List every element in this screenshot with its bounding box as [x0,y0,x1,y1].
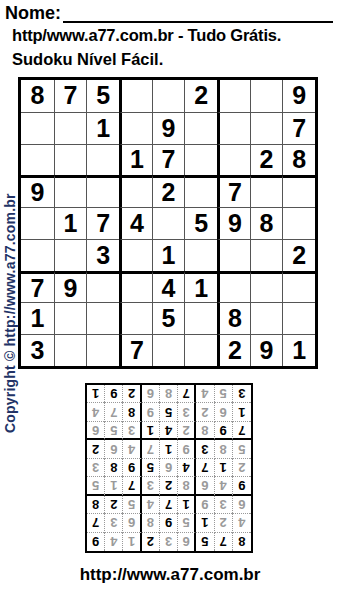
solution-cell-r3c9: 8 [87,496,105,514]
puzzle-cell-r5c8[interactable]: 8 [250,207,283,239]
puzzle-cell-r4c3[interactable] [86,175,119,207]
solution-cell-r9c1: 3 [233,385,251,403]
puzzle-cell-r8c7[interactable]: 8 [217,302,250,334]
solution-cell-r9c5: 8 [160,385,178,403]
puzzle-cell-r3c6[interactable] [184,144,217,176]
solution-cell-r5c3: 7 [196,459,214,477]
puzzle-cell-r6c7[interactable] [217,239,250,271]
solution-cell-r3c8: 2 [105,496,123,514]
solution-cell-r6c9: 2 [87,440,105,458]
solution-cell-r6c3: 3 [196,440,214,458]
solution-cell-r6c7: 4 [123,440,141,458]
footer-url: http://www.a77.com.br [0,565,340,585]
solution-cell-r5c8: 8 [105,459,123,477]
puzzle-cell-r7c5[interactable]: 4 [152,271,185,303]
puzzle-cell-r7c6[interactable]: 1 [184,271,217,303]
solution-cell-r2c8: 3 [105,514,123,532]
solution-cell-r4c3: 6 [196,477,214,495]
solution-cell-r4c9: 5 [87,477,105,495]
puzzle-cell-r1c5[interactable] [152,80,185,112]
solution-cell-r2c1: 4 [233,514,251,532]
solution-cell-r2c7: 6 [123,514,141,532]
puzzle-cell-r6c6[interactable] [184,239,217,271]
solution-cell-r1c2: 7 [215,533,233,551]
solution-cell-r9c9: 1 [87,385,105,403]
solution-cell-r9c4: 7 [178,385,196,403]
puzzle-cell-r8c1[interactable]: 1 [21,302,54,334]
solution-cell-r5c1: 2 [233,459,251,477]
solution-cell-r6c8: 6 [105,440,123,458]
solution-cell-r7c8: 5 [105,422,123,440]
solution-cell-r8c6: 9 [142,403,160,421]
solution-cell-r6c6: 7 [142,440,160,458]
solution-cell-r5c5: 6 [160,459,178,477]
puzzle-cell-r8c8[interactable] [250,302,283,334]
puzzle-cell-r2c3[interactable]: 1 [86,112,119,144]
puzzle-cell-r3c8[interactable]: 2 [250,144,283,176]
puzzle-cell-r9c3[interactable] [86,334,119,366]
solution-cell-r8c7: 8 [123,403,141,421]
puzzle-cell-r5c4[interactable]: 4 [119,207,152,239]
solution-cell-r2c4: 5 [178,514,196,532]
puzzle-cell-r9c2[interactable] [54,334,87,366]
puzzle-cell-r1c9[interactable]: 9 [282,80,315,112]
puzzle-cell-r9c9[interactable]: 1 [282,334,315,366]
copyright-vertical-text: Copyright © http://www.a77.com.br [2,83,18,433]
puzzle-cell-r6c4[interactable] [119,239,152,271]
solution-cell-r3c3: 9 [196,496,214,514]
solution-cell-r8c2: 6 [215,403,233,421]
solution-cell-r4c8: 1 [105,477,123,495]
solution-cell-r3c1: 6 [233,496,251,514]
puzzle-cell-r5c3[interactable]: 7 [86,207,119,239]
puzzle-cell-r9c1[interactable]: 3 [21,334,54,366]
puzzle-cell-r5c1[interactable] [21,207,54,239]
puzzle-cell-r5c2[interactable]: 1 [54,207,87,239]
solution-cell-r8c9: 4 [87,403,105,421]
solution-cell-r2c5: 9 [160,514,178,532]
solution-cell-r7c5: 4 [160,422,178,440]
puzzle-cell-r3c2[interactable] [54,144,87,176]
puzzle-cell-r3c5[interactable]: 7 [152,144,185,176]
solution-cell-r6c4: 9 [178,440,196,458]
puzzle-cell-r8c9[interactable] [282,302,315,334]
puzzle-cell-r1c4[interactable] [119,80,152,112]
solution-cell-r9c6: 6 [142,385,160,403]
puzzle-cell-r5c9[interactable] [282,207,315,239]
solution-cell-r2c3: 1 [196,514,214,532]
puzzle-cell-r9c4[interactable]: 7 [119,334,152,366]
puzzle-cell-r3c4[interactable]: 1 [119,144,152,176]
puzzle-cell-r8c5[interactable]: 5 [152,302,185,334]
solution-cell-r3c6: 4 [142,496,160,514]
solution-cell-r9c3: 4 [196,385,214,403]
solution-cell-r4c7: 7 [123,477,141,495]
puzzle-cell-r6c8[interactable] [250,239,283,271]
solution-cell-r3c5: 7 [160,496,178,514]
puzzle-cell-r1c2[interactable]: 7 [54,80,87,112]
puzzle-cell-r4c6[interactable] [184,175,217,207]
solution-cell-r1c6: 2 [142,533,160,551]
name-blank-line [63,2,333,23]
puzzle-cell-r3c1[interactable] [21,144,54,176]
solution-cell-r8c4: 3 [178,403,196,421]
puzzle-cell-r9c5[interactable] [152,334,185,366]
solution-cell-r2c9: 7 [87,514,105,532]
solution-cell-r7c7: 3 [123,422,141,440]
puzzle-cell-r6c3[interactable]: 3 [86,239,119,271]
solution-cell-r7c2: 9 [215,422,233,440]
solution-cell-r8c8: 7 [105,403,123,421]
puzzle-cell-r6c2[interactable] [54,239,87,271]
solution-cell-r9c7: 2 [123,385,141,403]
solution-cell-r3c2: 3 [215,496,233,514]
solution-cell-r7c1: 7 [233,422,251,440]
puzzle-cell-r1c3[interactable]: 5 [86,80,119,112]
solution-cell-r1c8: 4 [105,533,123,551]
site-header-text: http/www.a77.com.br - Tudo Grátis. [12,26,340,45]
puzzle-cell-r7c4[interactable] [119,271,152,303]
solution-cell-r5c2: 1 [215,459,233,477]
solution-cell-r3c4: 1 [178,496,196,514]
solution-cell-r4c1: 9 [233,477,251,495]
solution-cell-r6c5: 1 [160,440,178,458]
puzzle-cell-r5c6[interactable]: 5 [184,207,217,239]
puzzle-cell-r1c8[interactable] [250,80,283,112]
solution-cell-r3c7: 5 [123,496,141,514]
puzzle-cell-r9c7[interactable]: 2 [217,334,250,366]
solution-cell-r8c3: 2 [196,403,214,421]
solution-cell-r4c6: 3 [142,477,160,495]
puzzle-cell-r1c7[interactable] [217,80,250,112]
solution-cell-r1c7: 1 [123,533,141,551]
puzzle-cell-r6c1[interactable] [21,239,54,271]
puzzle-cell-r2c4[interactable] [119,112,152,144]
solution-cell-r2c6: 8 [142,514,160,532]
solution-cell-r4c2: 4 [215,477,233,495]
solution-cell-r1c3: 5 [196,533,214,551]
puzzle-cell-r9c8[interactable]: 9 [250,334,283,366]
solution-cell-r9c8: 9 [105,385,123,403]
puzzle-cell-r2c9[interactable]: 7 [282,112,315,144]
solution-cell-r1c1: 8 [233,533,251,551]
puzzle-cell-r7c7[interactable] [217,271,250,303]
solution-cell-r5c4: 4 [178,459,196,477]
solution-cell-r8c1: 1 [233,403,251,421]
solution-cell-r6c1: 5 [233,440,251,458]
solution-cell-r7c4: 2 [178,422,196,440]
solution-cell-r2c2: 2 [215,514,233,532]
puzzle-cell-r7c1[interactable]: 7 [21,271,54,303]
puzzle-cell-r1c6[interactable]: 2 [184,80,217,112]
name-label: Nome: [5,3,61,23]
solution-cell-r7c6: 1 [142,422,160,440]
puzzle-cell-r5c7[interactable]: 9 [217,207,250,239]
puzzle-cell-r7c8[interactable] [250,271,283,303]
puzzle-cell-r6c5[interactable]: 1 [152,239,185,271]
puzzle-cell-r8c2[interactable] [54,302,87,334]
puzzle-cell-r4c5[interactable]: 2 [152,175,185,207]
puzzle-cell-r7c3[interactable] [86,271,119,303]
puzzle-cell-r4c7[interactable]: 7 [217,175,250,207]
puzzle-cell-r3c9[interactable]: 8 [282,144,315,176]
puzzle-cell-r3c7[interactable] [217,144,250,176]
solution-cell-r4c5: 2 [160,477,178,495]
name-row: Nome: [5,2,333,23]
solution-cell-r1c5: 3 [160,533,178,551]
solution-cell-r4c4: 8 [178,477,196,495]
solution-cell-r5c7: 9 [123,459,141,477]
puzzle-cell-r4c4[interactable] [119,175,152,207]
solution-cell-r9c2: 5 [215,385,233,403]
puzzle-cell-r7c2[interactable]: 9 [54,271,87,303]
puzzle-cell-r4c8[interactable] [250,175,283,207]
puzzle-cell-r4c1[interactable]: 9 [21,175,54,207]
solution-cell-r7c3: 8 [196,422,214,440]
solution-cell-r7c9: 6 [87,422,105,440]
solution-cell-r8c5: 5 [160,403,178,421]
page-title: Sudoku Nível Fácil. [12,50,163,69]
puzzle-cell-r2c6[interactable] [184,112,217,144]
puzzle-cell-r2c7[interactable] [217,112,250,144]
puzzle-cell-r5c5[interactable] [152,207,185,239]
puzzle-cell-r8c6[interactable] [184,302,217,334]
solution-board-rotated: 8756321494215986376391745289468237152174… [85,383,253,553]
puzzle-cell-r9c6[interactable] [184,334,217,366]
sudoku-page: { "game": "sudoku", "position": "875..2.… [0,0,340,596]
puzzle-cell-r6c9[interactable]: 2 [282,239,315,271]
puzzle-cell-r3c3[interactable] [86,144,119,176]
puzzle-cell-r2c8[interactable] [250,112,283,144]
sudoku-board: 875291971728927174598312794115837291 [18,77,318,369]
solution-cell-r1c9: 9 [87,533,105,551]
puzzle-cell-r1c1[interactable]: 8 [21,80,54,112]
solution-cell-r5c9: 3 [87,459,105,477]
puzzle-cell-r8c4[interactable] [119,302,152,334]
puzzle-cell-r4c9[interactable] [282,175,315,207]
solution-cell-r1c4: 6 [178,533,196,551]
puzzle-cell-r7c9[interactable] [282,271,315,303]
puzzle-cell-r2c1[interactable] [21,112,54,144]
puzzle-cell-r2c2[interactable] [54,112,87,144]
puzzle-cell-r8c3[interactable] [86,302,119,334]
puzzle-cell-r2c5[interactable]: 9 [152,112,185,144]
puzzle-cell-r4c2[interactable] [54,175,87,207]
solution-cell-r5c6: 5 [142,459,160,477]
solution-cell-r6c2: 8 [215,440,233,458]
